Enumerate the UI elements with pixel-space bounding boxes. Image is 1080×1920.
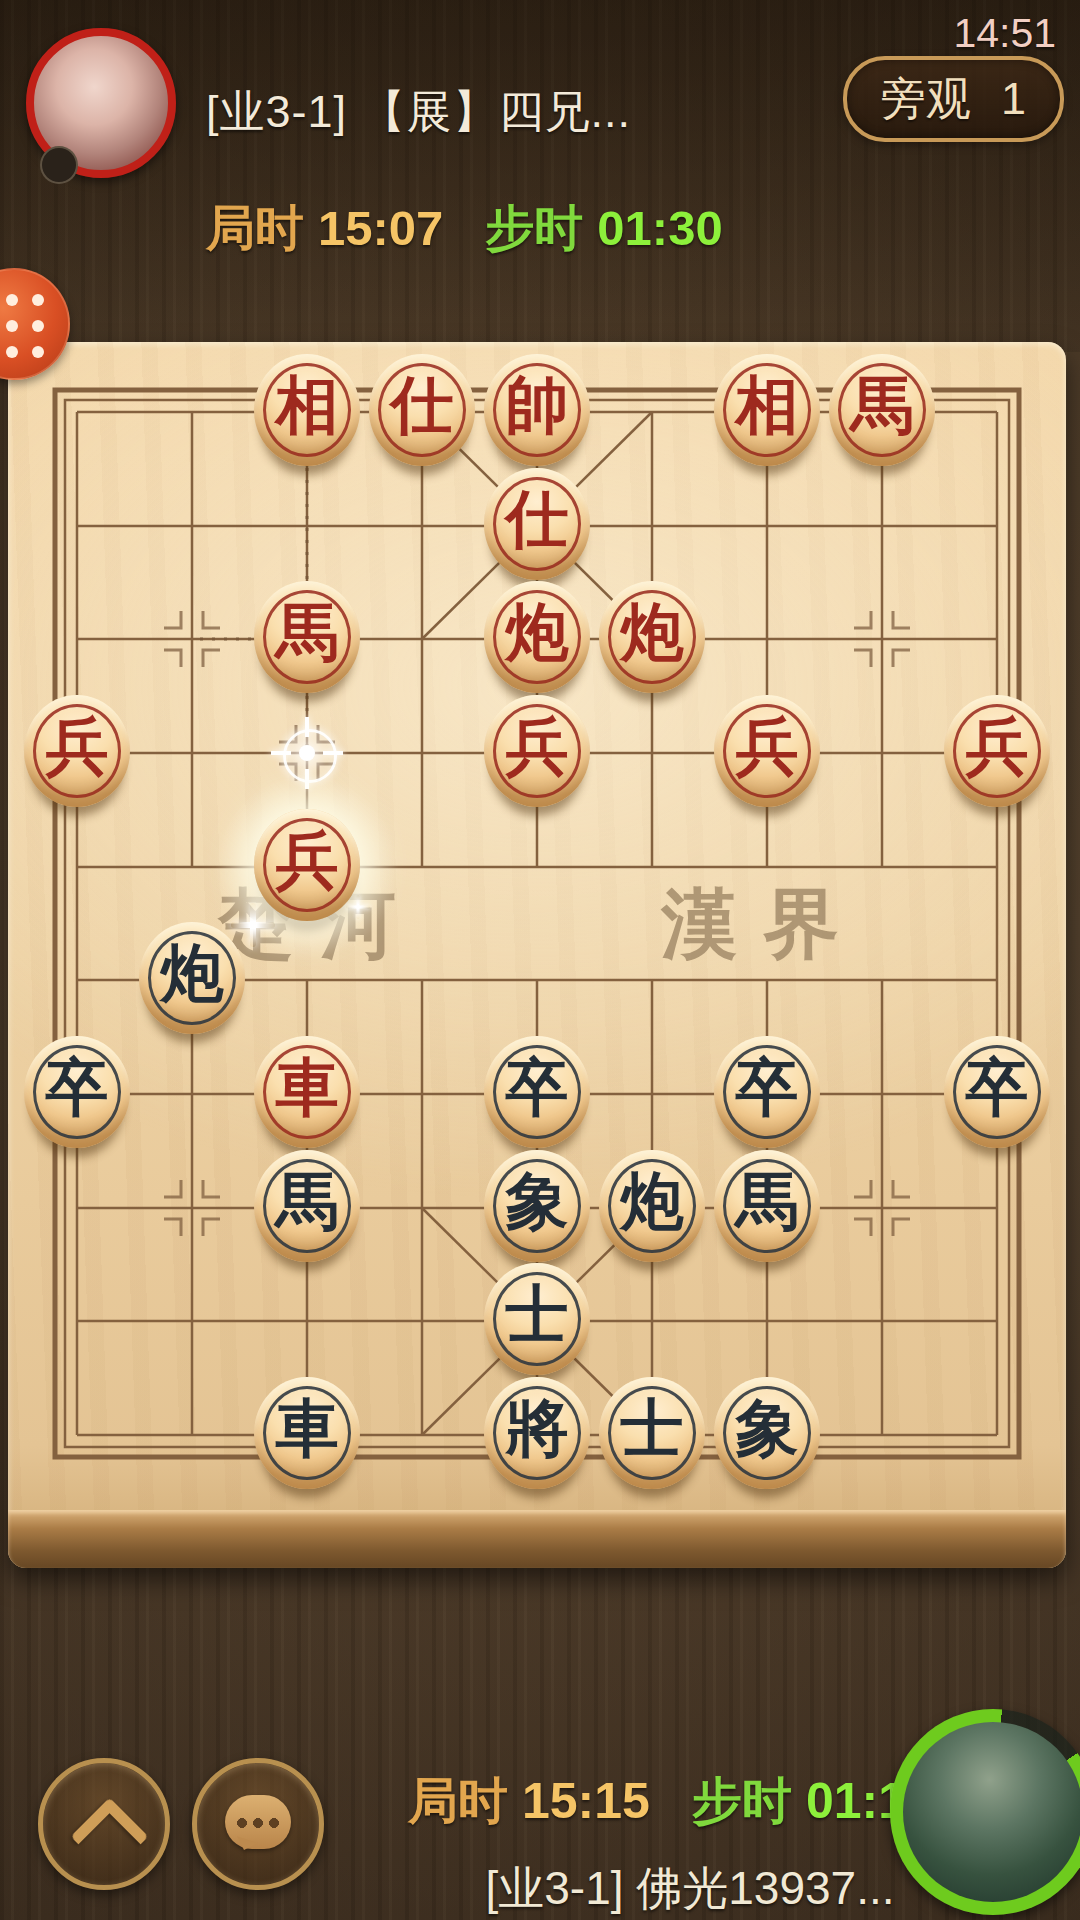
opponent-name: [业3-1] 【展】四兄... — [206, 82, 631, 142]
game-time-value: 15:07 — [318, 201, 443, 255]
chevron-up-icon — [71, 1798, 149, 1876]
piece-black-soldier[interactable]: 卒 — [944, 1036, 1050, 1148]
spectators-label: 旁观 — [881, 69, 971, 129]
piece-red-cannon[interactable]: 炮 — [484, 581, 590, 693]
avatar-photo — [903, 1722, 1080, 1902]
move-time-label: 步时 — [485, 201, 583, 255]
spectators-pill[interactable]: 旁观 1 — [843, 56, 1064, 142]
xiangqi-game-screen: 楚河漢界 相仕帥相馬仕馬炮炮兵兵兵兵兵車炮卒卒卒卒馬象炮馬士車將士象 [业3-1… — [0, 0, 1080, 1920]
piece-black-horse[interactable]: 馬 — [714, 1150, 820, 1262]
piece-black-soldier[interactable]: 卒 — [24, 1036, 130, 1148]
collapse-button[interactable] — [38, 1758, 170, 1890]
piece-red-general[interactable]: 帥 — [484, 354, 590, 466]
piece-red-cannon[interactable]: 炮 — [599, 581, 705, 693]
chat-button[interactable] — [192, 1758, 324, 1890]
piece-black-soldier[interactable]: 卒 — [714, 1036, 820, 1148]
piece-red-elephant[interactable]: 相 — [254, 354, 360, 466]
piece-red-soldier[interactable]: 兵 — [714, 695, 820, 807]
piece-red-elephant[interactable]: 相 — [714, 354, 820, 466]
piece-black-soldier[interactable]: 卒 — [484, 1036, 590, 1148]
piece-red-chariot[interactable]: 車 — [254, 1036, 360, 1148]
opponent-clocks: 局时15:07步时01:30 — [206, 196, 723, 262]
piece-black-horse[interactable]: 馬 — [254, 1150, 360, 1262]
pieces-layer: 相仕帥相馬仕馬炮炮兵兵兵兵兵車炮卒卒卒卒馬象炮馬士車將士象 — [0, 0, 1080, 1920]
game-time-value: 15:15 — [522, 1773, 650, 1829]
piece-black-elephant[interactable]: 象 — [714, 1377, 820, 1489]
piece-red-soldier[interactable]: 兵 — [944, 695, 1050, 807]
piece-red-soldier[interactable]: 兵 — [484, 695, 590, 807]
piece-black-chariot[interactable]: 車 — [254, 1377, 360, 1489]
piece-black-general[interactable]: 將 — [484, 1377, 590, 1489]
player-avatar[interactable] — [890, 1709, 1080, 1915]
avatar-badge-icon — [40, 146, 78, 184]
piece-black-elephant[interactable]: 象 — [484, 1150, 590, 1262]
sparkle-icon — [346, 895, 370, 919]
piece-black-cannon[interactable]: 炮 — [599, 1150, 705, 1262]
piece-black-cannon[interactable]: 炮 — [139, 922, 245, 1034]
piece-red-advisor[interactable]: 仕 — [484, 468, 590, 580]
piece-red-horse[interactable]: 馬 — [829, 354, 935, 466]
move-time-label: 步时 — [692, 1773, 792, 1829]
piece-black-advisor[interactable]: 士 — [599, 1377, 705, 1489]
chat-bubble-icon — [225, 1795, 291, 1849]
spectators-count: 1 — [1001, 73, 1026, 125]
game-time-label: 局时 — [408, 1773, 508, 1829]
player-clocks: 局时15:15步时01:18 — [408, 1768, 934, 1835]
piece-red-soldier[interactable]: 兵 — [24, 695, 130, 807]
move-time-value: 01:30 — [597, 201, 722, 255]
piece-red-advisor[interactable]: 仕 — [369, 354, 475, 466]
game-time-label: 局时 — [206, 201, 304, 255]
system-clock: 14:51 — [953, 10, 1056, 57]
piece-red-horse[interactable]: 馬 — [254, 581, 360, 693]
piece-black-advisor[interactable]: 士 — [484, 1263, 590, 1375]
